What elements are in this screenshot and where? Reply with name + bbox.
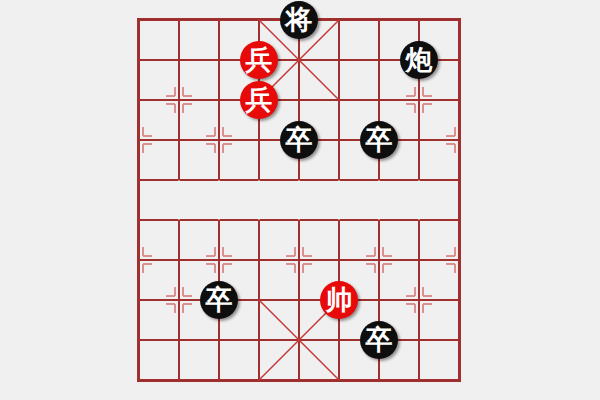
piece-red-general[interactable]: 帅 [320,281,358,319]
piece-black-general[interactable]: 将 [280,1,318,39]
piece-red-soldier-2[interactable]: 兵 [240,81,278,119]
piece-black-soldier-2[interactable]: 卒 [360,121,398,159]
piece-black-cannon[interactable]: 炮 [400,41,438,79]
piece-red-soldier-1[interactable]: 兵 [240,41,278,79]
xiangqi-board: 将兵炮兵卒卒卒帅卒 [139,20,459,380]
page: 将兵炮兵卒卒卒帅卒 [0,0,600,400]
piece-black-soldier-3[interactable]: 卒 [200,281,238,319]
piece-black-soldier-4[interactable]: 卒 [360,321,398,359]
piece-black-soldier-1[interactable]: 卒 [280,121,318,159]
